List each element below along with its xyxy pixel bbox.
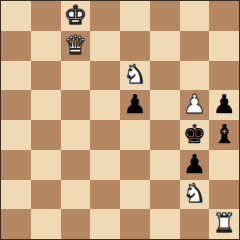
square-a7[interactable] — [1, 31, 31, 61]
black-king-icon: ♚ — [183, 121, 206, 147]
square-h2[interactable] — [209, 180, 239, 210]
square-h7[interactable] — [209, 31, 239, 61]
square-f2[interactable] — [150, 180, 180, 210]
square-g7[interactable] — [180, 31, 210, 61]
square-g5[interactable]: ♟ — [180, 90, 210, 120]
square-g4[interactable]: ♚ — [180, 120, 210, 150]
square-a4[interactable] — [1, 120, 31, 150]
square-f8[interactable] — [150, 1, 180, 31]
white-pawn-icon: ♟ — [183, 91, 206, 117]
square-d5[interactable] — [90, 90, 120, 120]
white-rook-icon: ♜ — [212, 210, 235, 236]
square-c5[interactable] — [61, 90, 91, 120]
square-f6[interactable] — [150, 61, 180, 91]
square-d6[interactable] — [90, 61, 120, 91]
square-f7[interactable] — [150, 31, 180, 61]
square-c4[interactable] — [61, 120, 91, 150]
square-g6[interactable] — [180, 61, 210, 91]
square-d2[interactable] — [90, 180, 120, 210]
square-e4[interactable] — [120, 120, 150, 150]
square-g3[interactable]: ♟ — [180, 150, 210, 180]
square-a5[interactable] — [1, 90, 31, 120]
square-b8[interactable] — [31, 1, 61, 31]
square-b1[interactable] — [31, 209, 61, 239]
square-b2[interactable] — [31, 180, 61, 210]
square-e8[interactable] — [120, 1, 150, 31]
square-g2[interactable]: ♞ — [180, 180, 210, 210]
square-b7[interactable] — [31, 31, 61, 61]
square-e1[interactable] — [120, 209, 150, 239]
square-c7[interactable]: ♛ — [61, 31, 91, 61]
square-h6[interactable] — [209, 61, 239, 91]
square-d7[interactable] — [90, 31, 120, 61]
square-b4[interactable] — [31, 120, 61, 150]
square-f4[interactable] — [150, 120, 180, 150]
black-bishop-icon: ♝ — [212, 121, 235, 147]
square-e3[interactable] — [120, 150, 150, 180]
square-h1[interactable]: ♜ — [209, 209, 239, 239]
square-c8[interactable]: ♚ — [61, 1, 91, 31]
white-knight-icon: ♞ — [183, 180, 206, 206]
square-h3[interactable] — [209, 150, 239, 180]
square-e2[interactable] — [120, 180, 150, 210]
square-e6[interactable]: ♞ — [120, 61, 150, 91]
black-pawn-icon: ♟ — [212, 91, 235, 117]
square-a8[interactable] — [1, 1, 31, 31]
square-c1[interactable] — [61, 209, 91, 239]
square-a6[interactable] — [1, 61, 31, 91]
square-a3[interactable] — [1, 150, 31, 180]
square-f1[interactable] — [150, 209, 180, 239]
square-a1[interactable] — [1, 209, 31, 239]
square-h4[interactable]: ♝ — [209, 120, 239, 150]
square-c3[interactable] — [61, 150, 91, 180]
square-f3[interactable] — [150, 150, 180, 180]
white-king-icon: ♚ — [64, 2, 87, 28]
square-d1[interactable] — [90, 209, 120, 239]
square-a2[interactable] — [1, 180, 31, 210]
square-b5[interactable] — [31, 90, 61, 120]
square-c2[interactable] — [61, 180, 91, 210]
square-d8[interactable] — [90, 1, 120, 31]
black-pawn-icon: ♟ — [183, 151, 206, 177]
white-knight-icon: ♞ — [123, 61, 146, 87]
chess-board: ♚♛♞♟♟♟♚♝♟♞♜ — [0, 0, 240, 240]
square-d4[interactable] — [90, 120, 120, 150]
square-g1[interactable] — [180, 209, 210, 239]
square-g8[interactable] — [180, 1, 210, 31]
square-d3[interactable] — [90, 150, 120, 180]
black-pawn-icon: ♟ — [123, 91, 146, 117]
square-b6[interactable] — [31, 61, 61, 91]
square-h8[interactable] — [209, 1, 239, 31]
white-queen-icon: ♛ — [64, 32, 87, 58]
square-e7[interactable] — [120, 31, 150, 61]
square-c6[interactable] — [61, 61, 91, 91]
square-e5[interactable]: ♟ — [120, 90, 150, 120]
square-h5[interactable]: ♟ — [209, 90, 239, 120]
square-b3[interactable] — [31, 150, 61, 180]
square-f5[interactable] — [150, 90, 180, 120]
